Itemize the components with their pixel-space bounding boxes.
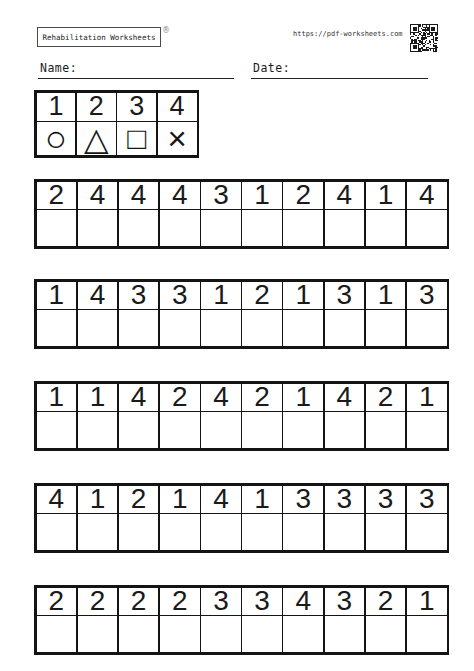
stimulus-cell: 4: [37, 486, 77, 513]
answer-cell[interactable]: [37, 514, 77, 550]
stimulus-cell: 2: [160, 384, 200, 411]
answer-cell[interactable]: [325, 412, 365, 448]
answer-cell[interactable]: [242, 310, 282, 346]
stimulus-cell: 2: [160, 588, 200, 615]
square-symbol: □: [117, 122, 156, 155]
answer-cell[interactable]: [37, 616, 77, 652]
cross-symbol: ×: [158, 122, 197, 155]
key-number-cell: 4: [158, 93, 197, 121]
answer-cell[interactable]: [160, 514, 200, 550]
logo-text: Rehabilitation Worksheets: [43, 33, 156, 42]
stimulus-cell: 1: [160, 486, 200, 513]
key-number-cell: 1: [37, 93, 76, 121]
stimulus-cell: 2: [242, 384, 282, 411]
answer-cell[interactable]: [78, 310, 118, 346]
stimulus-cell: 1: [366, 182, 406, 209]
answer-cell[interactable]: [283, 616, 323, 652]
stimulus-cell: 2: [37, 588, 77, 615]
practice-table-2: 1433121313: [34, 279, 449, 349]
answer-cell[interactable]: [407, 210, 447, 246]
answer-cell[interactable]: [119, 514, 159, 550]
answer-cell[interactable]: [366, 310, 406, 346]
answer-cell[interactable]: [242, 616, 282, 652]
stimulus-cell: 1: [201, 282, 241, 309]
stimulus-cell: 3: [325, 486, 365, 513]
answer-cell[interactable]: [242, 210, 282, 246]
date-label: Date:: [253, 61, 290, 75]
site-url: https://pdf-worksheets.com: [293, 30, 403, 38]
practice-table-4: 4121413333: [34, 483, 449, 553]
answer-cell[interactable]: [37, 310, 77, 346]
answer-cell[interactable]: [78, 514, 118, 550]
stimulus-cell: 1: [366, 282, 406, 309]
qr-code-icon: [410, 24, 438, 52]
answer-cell[interactable]: [37, 412, 77, 448]
answer-cell[interactable]: [78, 210, 118, 246]
stimulus-cell: 4: [119, 384, 159, 411]
name-field[interactable]: Name:: [38, 59, 234, 79]
answer-cell[interactable]: [78, 412, 118, 448]
stimulus-cell: 4: [407, 182, 447, 209]
stimulus-cell: 4: [325, 182, 365, 209]
answer-cell[interactable]: [160, 310, 200, 346]
answer-cell[interactable]: [160, 412, 200, 448]
stimulus-cell: 1: [283, 282, 323, 309]
stimulus-cell: 3: [119, 282, 159, 309]
stimulus-cell: 4: [119, 182, 159, 209]
stimulus-cell: 1: [78, 384, 118, 411]
stimulus-cell: 1: [242, 486, 282, 513]
answer-cell[interactable]: [242, 412, 282, 448]
stimulus-cell: 3: [160, 282, 200, 309]
answer-cell[interactable]: [242, 514, 282, 550]
stimulus-cell: 1: [37, 384, 77, 411]
stimulus-cell: 3: [283, 486, 323, 513]
answer-cell[interactable]: [160, 210, 200, 246]
stimulus-cell: 4: [201, 486, 241, 513]
stimulus-cell: 1: [283, 384, 323, 411]
triangle-symbol: △: [77, 122, 116, 155]
stimulus-cell: 2: [78, 588, 118, 615]
stimulus-cell: 1: [242, 182, 282, 209]
answer-cell[interactable]: [283, 412, 323, 448]
answer-cell[interactable]: [37, 210, 77, 246]
answer-cell[interactable]: [201, 210, 241, 246]
answer-cell[interactable]: [283, 210, 323, 246]
answer-cell[interactable]: [201, 310, 241, 346]
stimulus-cell: 2: [366, 384, 406, 411]
stimulus-cell: 2: [242, 282, 282, 309]
name-label: Name:: [40, 61, 77, 75]
stimulus-cell: 4: [78, 282, 118, 309]
stimulus-cell: 3: [242, 588, 282, 615]
stimulus-cell: 4: [160, 182, 200, 209]
key-number-cell: 3: [117, 93, 156, 121]
logo-box: Rehabilitation Worksheets: [37, 27, 161, 47]
answer-cell[interactable]: [201, 616, 241, 652]
answer-cell[interactable]: [119, 412, 159, 448]
date-field[interactable]: Date:: [251, 59, 428, 79]
stimulus-cell: 3: [325, 588, 365, 615]
answer-cell[interactable]: [366, 412, 406, 448]
stimulus-cell: 2: [366, 588, 406, 615]
answer-cell[interactable]: [407, 412, 447, 448]
stimulus-cell: 4: [201, 384, 241, 411]
answer-cell[interactable]: [119, 616, 159, 652]
answer-cell[interactable]: [407, 310, 447, 346]
answer-cell[interactable]: [78, 616, 118, 652]
stimulus-cell: 4: [78, 182, 118, 209]
stimulus-cell: 3: [201, 588, 241, 615]
answer-cell[interactable]: [325, 616, 365, 652]
key-number-cell: 2: [77, 93, 116, 121]
answer-cell[interactable]: [119, 310, 159, 346]
registered-trademark: ®: [162, 26, 170, 35]
answer-cell[interactable]: [201, 412, 241, 448]
stimulus-cell: 4: [283, 588, 323, 615]
worksheet-page: Rehabilitation Worksheets ® https://pdf-…: [0, 0, 474, 671]
stimulus-cell: 1: [407, 384, 447, 411]
stimulus-cell: 1: [37, 282, 77, 309]
answer-cell[interactable]: [325, 514, 365, 550]
answer-cell[interactable]: [407, 514, 447, 550]
stimulus-cell: 3: [201, 182, 241, 209]
stimulus-cell: 2: [119, 486, 159, 513]
answer-cell[interactable]: [283, 514, 323, 550]
stimulus-cell: 3: [407, 486, 447, 513]
stimulus-cell: 2: [283, 182, 323, 209]
answer-cell[interactable]: [160, 616, 200, 652]
key-table: 1234○△□×: [34, 90, 199, 158]
stimulus-cell: 3: [407, 282, 447, 309]
stimulus-cell: 1: [407, 588, 447, 615]
stimulus-cell: 2: [37, 182, 77, 209]
answer-cell[interactable]: [366, 514, 406, 550]
stimulus-cell: 3: [325, 282, 365, 309]
practice-table-5: 2222334321: [34, 585, 449, 655]
answer-cell[interactable]: [201, 514, 241, 550]
circle-symbol: ○: [37, 122, 76, 155]
stimulus-cell: 1: [78, 486, 118, 513]
answer-cell[interactable]: [325, 210, 365, 246]
practice-table-3: 1142421421: [34, 381, 449, 451]
answer-cell[interactable]: [366, 616, 406, 652]
answer-cell[interactable]: [366, 210, 406, 246]
answer-cell[interactable]: [325, 310, 365, 346]
answer-cell[interactable]: [283, 310, 323, 346]
stimulus-cell: 3: [366, 486, 406, 513]
stimulus-cell: 4: [325, 384, 365, 411]
answer-cell[interactable]: [119, 210, 159, 246]
stimulus-cell: 2: [119, 588, 159, 615]
practice-table-1: 2444312414: [34, 179, 449, 249]
answer-cell[interactable]: [407, 616, 447, 652]
